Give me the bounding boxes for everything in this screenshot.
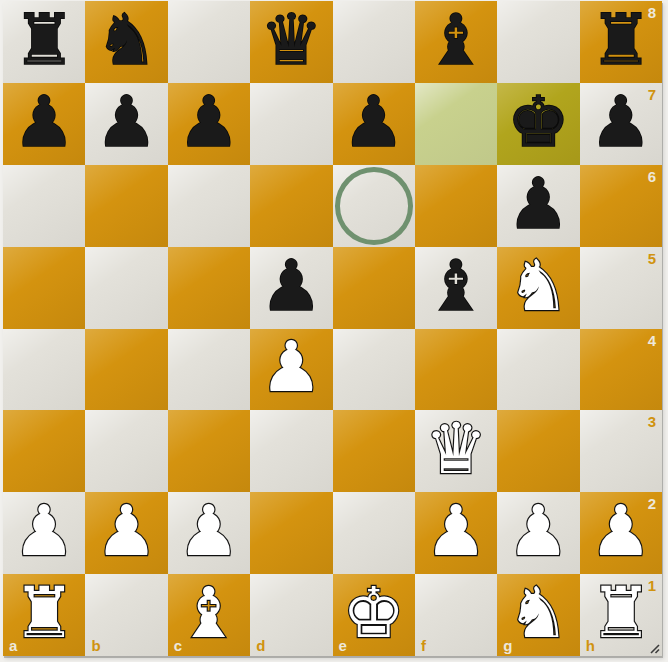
piece-black-king[interactable]: ♚	[507, 87, 570, 157]
square-a5[interactable]	[3, 247, 85, 329]
square-h6[interactable]: 6	[580, 165, 662, 247]
file-label-d: d	[256, 638, 265, 653]
piece-white-pawn[interactable]: ♟	[260, 332, 323, 402]
piece-black-pawn[interactable]: ♟	[342, 87, 405, 157]
piece-black-pawn[interactable]: ♟	[13, 87, 76, 157]
piece-black-bishop[interactable]: ♝	[425, 5, 488, 75]
chess-board-container: ♜♞♛♝♜8♟♟♟♟♚♟7♟6♟♝♞5♟4♛3♟♟♟♟♟♟2♜ab♝cd♚ef♞…	[3, 1, 662, 656]
square-a1[interactable]: ♜a	[3, 574, 85, 656]
square-d4[interactable]: ♟	[250, 329, 332, 411]
square-e1[interactable]: ♚e	[333, 574, 415, 656]
file-label-b: b	[91, 638, 100, 653]
square-h1[interactable]: ♜1h	[580, 574, 662, 656]
rank-label-3: 3	[648, 414, 656, 429]
square-h4[interactable]: 4	[580, 329, 662, 411]
square-f3[interactable]: ♛	[415, 410, 497, 492]
square-g7[interactable]: ♚	[497, 83, 579, 165]
square-a4[interactable]	[3, 329, 85, 411]
piece-black-knight[interactable]: ♞	[95, 5, 158, 75]
square-f6[interactable]	[415, 165, 497, 247]
board-resize-handle[interactable]	[647, 641, 661, 655]
chess-board: ♜♞♛♝♜8♟♟♟♟♚♟7♟6♟♝♞5♟4♛3♟♟♟♟♟♟2♜ab♝cd♚ef♞…	[3, 1, 662, 656]
square-b4[interactable]	[85, 329, 167, 411]
square-a3[interactable]	[3, 410, 85, 492]
rank-label-4: 4	[648, 333, 656, 348]
piece-white-rook[interactable]: ♜	[13, 578, 76, 648]
square-d6[interactable]	[250, 165, 332, 247]
piece-white-queen[interactable]: ♛	[425, 414, 488, 484]
rank-label-5: 5	[648, 251, 656, 266]
square-e4[interactable]	[333, 329, 415, 411]
square-g6[interactable]: ♟	[497, 165, 579, 247]
square-a8[interactable]: ♜	[3, 1, 85, 83]
piece-black-bishop[interactable]: ♝	[425, 251, 488, 321]
square-g8[interactable]	[497, 1, 579, 83]
square-h7[interactable]: ♟7	[580, 83, 662, 165]
square-h5[interactable]: 5	[580, 247, 662, 329]
piece-white-pawn[interactable]: ♟	[425, 496, 488, 566]
circle-annotation-e6	[335, 167, 413, 245]
square-f4[interactable]	[415, 329, 497, 411]
piece-black-pawn[interactable]: ♟	[589, 87, 652, 157]
square-f7[interactable]	[415, 83, 497, 165]
piece-white-pawn[interactable]: ♟	[589, 496, 652, 566]
square-d7[interactable]	[250, 83, 332, 165]
square-c3[interactable]	[168, 410, 250, 492]
square-f1[interactable]: f	[415, 574, 497, 656]
square-b2[interactable]: ♟	[85, 492, 167, 574]
square-b3[interactable]	[85, 410, 167, 492]
square-f8[interactable]: ♝	[415, 1, 497, 83]
file-label-f: f	[421, 638, 426, 653]
square-b1[interactable]: b	[85, 574, 167, 656]
piece-black-pawn[interactable]: ♟	[507, 169, 570, 239]
square-a2[interactable]: ♟	[3, 492, 85, 574]
square-d2[interactable]	[250, 492, 332, 574]
square-e3[interactable]	[333, 410, 415, 492]
square-g5[interactable]: ♞	[497, 247, 579, 329]
square-e2[interactable]	[333, 492, 415, 574]
piece-black-rook[interactable]: ♜	[589, 5, 652, 75]
square-h3[interactable]: 3	[580, 410, 662, 492]
square-e8[interactable]	[333, 1, 415, 83]
square-b6[interactable]	[85, 165, 167, 247]
piece-white-rook[interactable]: ♜	[589, 578, 652, 648]
square-a6[interactable]	[3, 165, 85, 247]
square-b8[interactable]: ♞	[85, 1, 167, 83]
square-d1[interactable]: d	[250, 574, 332, 656]
square-c5[interactable]	[168, 247, 250, 329]
piece-black-pawn[interactable]: ♟	[260, 251, 323, 321]
piece-black-pawn[interactable]: ♟	[95, 87, 158, 157]
piece-white-bishop[interactable]: ♝	[178, 578, 241, 648]
piece-black-pawn[interactable]: ♟	[178, 87, 241, 157]
square-h2[interactable]: ♟2	[580, 492, 662, 574]
square-e5[interactable]	[333, 247, 415, 329]
piece-white-pawn[interactable]: ♟	[178, 496, 241, 566]
square-d8[interactable]: ♛	[250, 1, 332, 83]
piece-black-rook[interactable]: ♜	[13, 5, 76, 75]
square-g4[interactable]	[497, 329, 579, 411]
piece-white-pawn[interactable]: ♟	[95, 496, 158, 566]
rank-label-6: 6	[648, 169, 656, 184]
piece-white-knight[interactable]: ♞	[507, 578, 570, 648]
square-g3[interactable]	[497, 410, 579, 492]
piece-black-queen[interactable]: ♛	[260, 5, 323, 75]
piece-white-pawn[interactable]: ♟	[507, 496, 570, 566]
square-c6[interactable]	[168, 165, 250, 247]
square-b7[interactable]: ♟	[85, 83, 167, 165]
square-g1[interactable]: ♞g	[497, 574, 579, 656]
square-c1[interactable]: ♝c	[168, 574, 250, 656]
piece-white-pawn[interactable]: ♟	[13, 496, 76, 566]
square-c2[interactable]: ♟	[168, 492, 250, 574]
square-d3[interactable]	[250, 410, 332, 492]
square-f5[interactable]: ♝	[415, 247, 497, 329]
square-g2[interactable]: ♟	[497, 492, 579, 574]
square-b5[interactable]	[85, 247, 167, 329]
square-a7[interactable]: ♟	[3, 83, 85, 165]
square-c4[interactable]	[168, 329, 250, 411]
square-c7[interactable]: ♟	[168, 83, 250, 165]
piece-white-king[interactable]: ♚	[342, 578, 405, 648]
square-c8[interactable]	[168, 1, 250, 83]
square-e6[interactable]	[333, 165, 415, 247]
piece-white-knight[interactable]: ♞	[507, 251, 570, 321]
square-d5[interactable]: ♟	[250, 247, 332, 329]
square-f2[interactable]: ♟	[415, 492, 497, 574]
square-h8[interactable]: ♜8	[580, 1, 662, 83]
square-e7[interactable]: ♟	[333, 83, 415, 165]
